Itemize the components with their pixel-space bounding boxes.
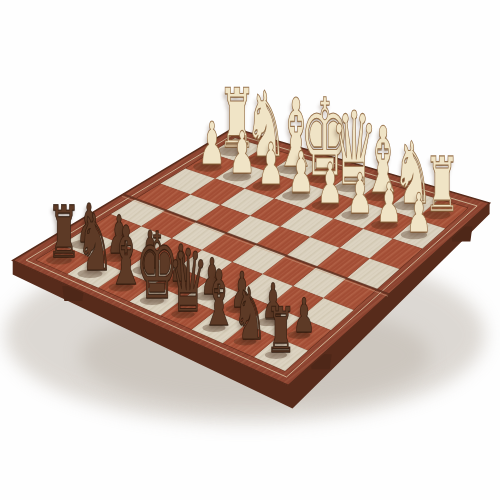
chess-set-photo: ♜︎♞︎♝︎♛︎♚︎♝︎♞︎♜︎♟︎♟︎♟︎♟︎♟︎♟︎♟︎♟︎♟︎♟︎♟︎♟︎…	[0, 0, 500, 500]
chess-board	[0, 0, 500, 500]
